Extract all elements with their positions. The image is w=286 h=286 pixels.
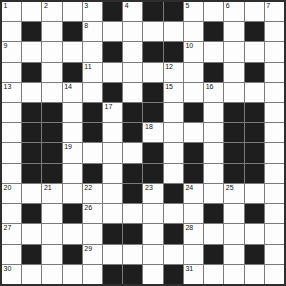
- white-cell[interactable]: [2, 103, 21, 122]
- white-cell[interactable]: [184, 83, 203, 102]
- black-cell: [63, 22, 82, 41]
- white-cell[interactable]: 17: [103, 103, 122, 122]
- white-cell[interactable]: 8: [83, 22, 102, 41]
- clue-number: 16: [206, 83, 214, 91]
- white-cell[interactable]: [204, 123, 223, 142]
- white-cell[interactable]: [245, 184, 264, 203]
- clue-number: 3: [84, 2, 88, 10]
- white-cell[interactable]: [83, 143, 102, 162]
- white-cell[interactable]: 30: [2, 265, 21, 284]
- white-cell[interactable]: 11: [83, 63, 102, 82]
- black-cell: [164, 265, 183, 284]
- white-cell[interactable]: [204, 143, 223, 162]
- black-cell: [22, 123, 41, 142]
- clue-number: 2: [44, 2, 48, 10]
- white-cell[interactable]: [265, 143, 284, 162]
- white-cell[interactable]: 21: [42, 184, 61, 203]
- white-cell[interactable]: 3: [83, 2, 102, 21]
- black-cell: [204, 204, 223, 223]
- black-cell: [63, 63, 82, 82]
- white-cell[interactable]: 5: [184, 2, 203, 21]
- white-cell[interactable]: [123, 22, 142, 41]
- black-cell: [245, 22, 264, 41]
- black-cell: [83, 123, 102, 142]
- white-cell[interactable]: 28: [184, 224, 203, 243]
- clue-number: 6: [226, 2, 230, 10]
- black-cell: [245, 245, 264, 264]
- white-cell[interactable]: [204, 103, 223, 122]
- white-cell[interactable]: [42, 224, 61, 243]
- clue-number: 18: [145, 123, 153, 131]
- clue-number: 8: [84, 22, 88, 30]
- white-cell[interactable]: [2, 164, 21, 183]
- black-cell: [143, 42, 162, 61]
- white-cell[interactable]: [103, 164, 122, 183]
- white-cell[interactable]: 20: [2, 184, 21, 203]
- white-cell[interactable]: [63, 164, 82, 183]
- white-cell[interactable]: [265, 22, 284, 41]
- black-cell: [42, 123, 61, 142]
- white-cell[interactable]: [265, 63, 284, 82]
- white-cell[interactable]: 9: [2, 42, 21, 61]
- clue-number: 10: [185, 42, 193, 50]
- white-cell[interactable]: [184, 245, 203, 264]
- white-cell[interactable]: [164, 143, 183, 162]
- black-cell: [22, 164, 41, 183]
- white-cell[interactable]: [224, 265, 243, 284]
- white-cell[interactable]: [265, 164, 284, 183]
- white-cell[interactable]: [184, 123, 203, 142]
- crossword-grid: 1234567891011121314151617181920212223242…: [0, 0, 286, 286]
- black-cell: [164, 42, 183, 61]
- black-cell: [245, 204, 264, 223]
- white-cell[interactable]: [22, 42, 41, 61]
- white-cell[interactable]: [265, 103, 284, 122]
- white-cell[interactable]: 12: [164, 63, 183, 82]
- white-cell[interactable]: [164, 204, 183, 223]
- black-cell: [245, 103, 264, 122]
- white-cell[interactable]: [83, 42, 102, 61]
- black-cell: [143, 2, 162, 21]
- black-cell: [143, 164, 162, 183]
- white-cell[interactable]: [224, 22, 243, 41]
- black-cell: [143, 83, 162, 102]
- black-cell: [103, 224, 122, 243]
- white-cell[interactable]: 26: [83, 204, 102, 223]
- white-cell[interactable]: [22, 184, 41, 203]
- clue-number: 7: [266, 2, 270, 10]
- white-cell[interactable]: [103, 123, 122, 142]
- black-cell: [83, 164, 102, 183]
- black-cell: [204, 245, 223, 264]
- black-cell: [22, 245, 41, 264]
- white-cell[interactable]: [184, 22, 203, 41]
- white-cell[interactable]: 2: [42, 2, 61, 21]
- clue-number: 26: [84, 204, 92, 212]
- white-cell[interactable]: [2, 245, 21, 264]
- white-cell[interactable]: [265, 123, 284, 142]
- white-cell[interactable]: [63, 224, 82, 243]
- white-cell[interactable]: [123, 63, 142, 82]
- clue-number: 11: [84, 63, 91, 71]
- white-cell[interactable]: [204, 2, 223, 21]
- white-cell[interactable]: [103, 63, 122, 82]
- white-cell[interactable]: [224, 204, 243, 223]
- black-cell: [63, 204, 82, 223]
- white-cell[interactable]: [224, 63, 243, 82]
- white-cell[interactable]: [265, 42, 284, 61]
- white-cell[interactable]: [164, 22, 183, 41]
- white-cell[interactable]: [224, 83, 243, 102]
- clue-number: 25: [226, 184, 234, 192]
- white-cell[interactable]: [123, 204, 142, 223]
- white-cell[interactable]: [143, 204, 162, 223]
- white-cell[interactable]: [123, 245, 142, 264]
- white-cell[interactable]: 31: [184, 265, 203, 284]
- white-cell[interactable]: 16: [204, 83, 223, 102]
- black-cell: [83, 103, 102, 122]
- white-cell[interactable]: [63, 123, 82, 142]
- black-cell: [224, 103, 243, 122]
- black-cell: [22, 143, 41, 162]
- white-cell[interactable]: [265, 184, 284, 203]
- white-cell[interactable]: [184, 204, 203, 223]
- clue-number: 9: [4, 42, 8, 50]
- black-cell: [42, 164, 61, 183]
- white-cell[interactable]: [2, 204, 21, 223]
- white-cell[interactable]: [143, 245, 162, 264]
- black-cell: [123, 123, 142, 142]
- clue-number: 23: [145, 184, 153, 192]
- black-cell: [164, 184, 183, 203]
- white-cell[interactable]: 24: [184, 184, 203, 203]
- clue-number: 19: [64, 143, 72, 151]
- white-cell[interactable]: [204, 184, 223, 203]
- white-cell[interactable]: [164, 103, 183, 122]
- clue-number: 4: [125, 2, 129, 10]
- white-cell[interactable]: [143, 265, 162, 284]
- black-cell: [123, 103, 142, 122]
- white-cell[interactable]: [164, 164, 183, 183]
- white-cell[interactable]: [42, 204, 61, 223]
- white-cell[interactable]: [22, 265, 41, 284]
- white-cell[interactable]: [63, 2, 82, 21]
- white-cell[interactable]: [83, 224, 102, 243]
- white-cell[interactable]: [265, 224, 284, 243]
- white-cell[interactable]: 6: [224, 2, 243, 21]
- white-cell[interactable]: 15: [164, 83, 183, 102]
- white-cell[interactable]: [83, 83, 102, 102]
- black-cell: [123, 164, 142, 183]
- clue-number: 12: [165, 63, 173, 71]
- white-cell[interactable]: [265, 265, 284, 284]
- black-cell: [143, 143, 162, 162]
- white-cell[interactable]: [265, 204, 284, 223]
- white-cell[interactable]: 14: [63, 83, 82, 102]
- white-cell[interactable]: [63, 184, 82, 203]
- white-cell[interactable]: [42, 22, 61, 41]
- black-cell: [103, 42, 122, 61]
- white-cell[interactable]: [224, 245, 243, 264]
- clue-number: 22: [84, 184, 92, 192]
- black-cell: [42, 103, 61, 122]
- white-cell[interactable]: [63, 265, 82, 284]
- white-cell[interactable]: [245, 265, 264, 284]
- white-cell[interactable]: [2, 22, 21, 41]
- black-cell: [22, 103, 41, 122]
- white-cell[interactable]: [123, 143, 142, 162]
- white-cell[interactable]: [123, 83, 142, 102]
- white-cell[interactable]: 23: [143, 184, 162, 203]
- white-cell[interactable]: [42, 63, 61, 82]
- black-cell: [164, 2, 183, 21]
- clue-number: 5: [185, 2, 189, 10]
- clue-number: 30: [4, 265, 12, 273]
- white-cell[interactable]: [42, 265, 61, 284]
- white-cell[interactable]: [22, 2, 41, 21]
- white-cell[interactable]: [224, 42, 243, 61]
- white-cell[interactable]: [103, 245, 122, 264]
- black-cell: [123, 224, 142, 243]
- white-cell[interactable]: [265, 83, 284, 102]
- black-cell: [204, 22, 223, 41]
- clue-number: 14: [64, 83, 72, 91]
- white-cell[interactable]: [224, 224, 243, 243]
- white-cell[interactable]: 29: [83, 245, 102, 264]
- black-cell: [164, 224, 183, 243]
- clue-number: 29: [84, 245, 92, 253]
- clue-number: 17: [105, 103, 113, 111]
- white-cell[interactable]: [103, 204, 122, 223]
- white-cell[interactable]: [245, 224, 264, 243]
- white-cell[interactable]: [22, 224, 41, 243]
- white-cell[interactable]: [103, 184, 122, 203]
- black-cell: [63, 245, 82, 264]
- white-cell[interactable]: 27: [2, 224, 21, 243]
- black-cell: [184, 143, 203, 162]
- white-cell[interactable]: [245, 83, 264, 102]
- black-cell: [103, 83, 122, 102]
- white-cell[interactable]: [143, 224, 162, 243]
- white-cell[interactable]: [83, 265, 102, 284]
- white-cell[interactable]: [2, 123, 21, 142]
- white-cell[interactable]: [204, 224, 223, 243]
- white-cell[interactable]: [245, 2, 264, 21]
- white-cell[interactable]: [204, 265, 223, 284]
- white-cell[interactable]: [103, 22, 122, 41]
- black-cell: [22, 63, 41, 82]
- black-cell: [245, 143, 264, 162]
- clue-number: 27: [4, 224, 12, 232]
- white-cell[interactable]: [42, 245, 61, 264]
- white-cell[interactable]: [63, 103, 82, 122]
- black-cell: [224, 143, 243, 162]
- white-cell[interactable]: [143, 22, 162, 41]
- white-cell[interactable]: [164, 245, 183, 264]
- black-cell: [103, 2, 122, 21]
- black-cell: [204, 63, 223, 82]
- white-cell[interactable]: [22, 83, 41, 102]
- black-cell: [245, 63, 264, 82]
- white-cell[interactable]: [164, 123, 183, 142]
- black-cell: [123, 184, 142, 203]
- clue-number: 28: [185, 224, 193, 232]
- clue-number: 15: [165, 83, 173, 91]
- black-cell: [224, 123, 243, 142]
- black-cell: [245, 123, 264, 142]
- clue-number: 20: [4, 184, 12, 192]
- black-cell: [184, 103, 203, 122]
- white-cell[interactable]: 25: [224, 184, 243, 203]
- white-cell[interactable]: [245, 42, 264, 61]
- white-cell[interactable]: 22: [83, 184, 102, 203]
- white-cell[interactable]: [42, 83, 61, 102]
- clue-number: 1: [4, 2, 8, 10]
- clue-number: 13: [4, 83, 12, 91]
- white-cell[interactable]: [2, 63, 21, 82]
- white-cell[interactable]: [42, 42, 61, 61]
- clue-number: 31: [185, 265, 193, 273]
- white-cell[interactable]: 10: [184, 42, 203, 61]
- white-cell[interactable]: [204, 42, 223, 61]
- white-cell[interactable]: 1: [2, 2, 21, 21]
- white-cell[interactable]: 7: [265, 2, 284, 21]
- white-cell[interactable]: [123, 42, 142, 61]
- black-cell: [245, 164, 264, 183]
- black-cell: [22, 204, 41, 223]
- white-cell[interactable]: [184, 63, 203, 82]
- black-cell: [224, 164, 243, 183]
- white-cell[interactable]: [63, 42, 82, 61]
- black-cell: [22, 22, 41, 41]
- black-cell: [103, 265, 122, 284]
- clue-number: 21: [44, 184, 52, 192]
- white-cell[interactable]: 18: [143, 123, 162, 142]
- black-cell: [184, 164, 203, 183]
- white-cell[interactable]: 19: [63, 143, 82, 162]
- white-cell[interactable]: [103, 143, 122, 162]
- black-cell: [123, 265, 142, 284]
- clue-number: 24: [185, 184, 193, 192]
- white-cell[interactable]: [143, 63, 162, 82]
- black-cell: [143, 103, 162, 122]
- white-cell[interactable]: [204, 164, 223, 183]
- white-cell[interactable]: 4: [123, 2, 142, 21]
- white-cell[interactable]: 13: [2, 83, 21, 102]
- white-cell[interactable]: [265, 245, 284, 264]
- black-cell: [42, 143, 61, 162]
- white-cell[interactable]: [2, 143, 21, 162]
